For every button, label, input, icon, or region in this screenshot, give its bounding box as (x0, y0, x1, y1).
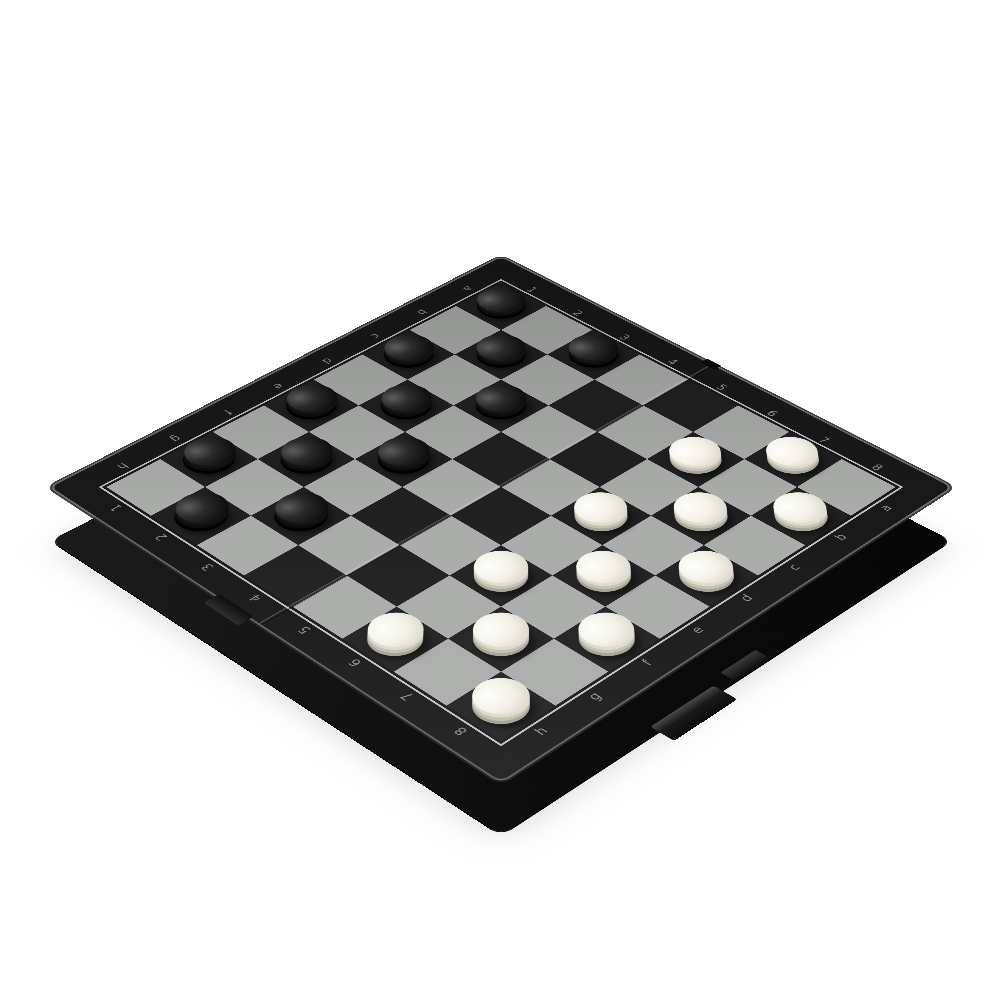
fold-seam-notch (700, 359, 721, 370)
white-checker-f6 (462, 553, 539, 599)
black-checker-c1 (374, 336, 443, 373)
black-checker-c3 (465, 386, 536, 425)
black-checker-f2 (270, 439, 343, 480)
black-checker-e3 (367, 439, 440, 480)
board-plane: hgfedcba hgfedcba 12345678 12345678 (51, 257, 951, 781)
white-checker-e7 (565, 553, 642, 599)
black-checker-b2 (466, 336, 535, 373)
white-checker-f8 (567, 615, 646, 664)
white-checker-b8 (764, 494, 839, 538)
black-checker-d2 (371, 386, 442, 425)
product-photo-scene: hgfedcba hgfedcba 12345678 12345678 (0, 0, 1000, 1000)
white-checker-c7 (664, 494, 739, 538)
white-checker-d6 (564, 494, 639, 538)
white-checker-d8 (668, 553, 745, 599)
black-checker-e1 (276, 386, 347, 425)
board-top: hgfedcba hgfedcba 12345678 12345678 (209, 195, 793, 779)
white-checker-b6 (659, 439, 732, 480)
black-checker-h2 (163, 494, 238, 538)
black-checker-g1 (172, 439, 245, 480)
white-checker-g7 (461, 615, 540, 664)
black-checker-g3 (263, 494, 338, 538)
pieces (106, 283, 895, 741)
